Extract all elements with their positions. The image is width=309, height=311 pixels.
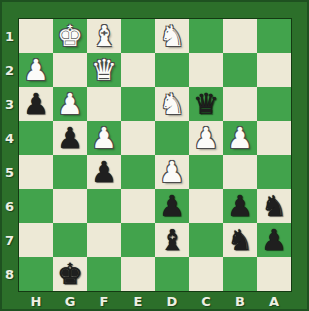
white-knight-d1[interactable]: ♞	[159, 19, 185, 53]
square-a2[interactable]	[257, 53, 291, 87]
square-e8[interactable]	[121, 257, 155, 291]
square-e3[interactable]	[121, 87, 155, 121]
square-g1[interactable]: ♚	[53, 19, 87, 53]
white-knight-d3[interactable]: ♞	[159, 87, 185, 121]
rank-label-1: 1	[0, 19, 19, 53]
square-b2[interactable]	[223, 53, 257, 87]
rank-label-7: 7	[0, 223, 19, 257]
square-h1[interactable]	[19, 19, 53, 53]
square-d3[interactable]: ♞	[155, 87, 189, 121]
black-pawn-d6[interactable]: ♟	[159, 189, 185, 223]
white-pawn-f4[interactable]: ♟	[91, 121, 117, 155]
black-pawn-a7[interactable]: ♟	[261, 223, 287, 257]
black-knight-a6[interactable]: ♞	[261, 189, 287, 223]
file-labels: HGFEDCBA	[19, 291, 291, 311]
file-label-f: F	[87, 291, 121, 311]
black-knight-b7[interactable]: ♞	[227, 223, 253, 257]
rank-label-3: 3	[0, 87, 19, 121]
square-g3[interactable]: ♟	[53, 87, 87, 121]
square-f5[interactable]: ♟	[87, 155, 121, 189]
square-h6[interactable]	[19, 189, 53, 223]
square-e4[interactable]	[121, 121, 155, 155]
black-pawn-h3[interactable]: ♟	[23, 87, 49, 121]
white-queen-f2[interactable]: ♛	[91, 53, 117, 87]
square-c3[interactable]: ♛	[189, 87, 223, 121]
square-c5[interactable]	[189, 155, 223, 189]
square-f1[interactable]: ♝	[87, 19, 121, 53]
square-b4[interactable]: ♟	[223, 121, 257, 155]
square-d5[interactable]: ♟	[155, 155, 189, 189]
file-label-e: E	[121, 291, 155, 311]
square-e1[interactable]	[121, 19, 155, 53]
square-a3[interactable]	[257, 87, 291, 121]
square-d2[interactable]	[155, 53, 189, 87]
square-e6[interactable]	[121, 189, 155, 223]
rank-label-2: 2	[0, 53, 19, 87]
file-label-g: G	[53, 291, 87, 311]
square-d7[interactable]: ♝	[155, 223, 189, 257]
file-label-h: H	[19, 291, 53, 311]
square-c2[interactable]	[189, 53, 223, 87]
white-king-g1[interactable]: ♚	[57, 19, 83, 53]
black-pawn-f5[interactable]: ♟	[91, 155, 117, 189]
square-a8[interactable]	[257, 257, 291, 291]
square-g2[interactable]	[53, 53, 87, 87]
square-a7[interactable]: ♟	[257, 223, 291, 257]
file-label-b: B	[223, 291, 257, 311]
square-f4[interactable]: ♟	[87, 121, 121, 155]
white-pawn-d5[interactable]: ♟	[159, 155, 185, 189]
file-label-c: C	[189, 291, 223, 311]
square-f2[interactable]: ♛	[87, 53, 121, 87]
black-pawn-b6[interactable]: ♟	[227, 189, 253, 223]
square-b6[interactable]: ♟	[223, 189, 257, 223]
rank-label-6: 6	[0, 189, 19, 223]
square-d6[interactable]: ♟	[155, 189, 189, 223]
square-d1[interactable]: ♞	[155, 19, 189, 53]
square-f7[interactable]	[87, 223, 121, 257]
black-bishop-d7[interactable]: ♝	[159, 223, 185, 257]
white-pawn-b4[interactable]: ♟	[227, 121, 253, 155]
square-b8[interactable]	[223, 257, 257, 291]
square-c6[interactable]	[189, 189, 223, 223]
square-g8[interactable]: ♚	[53, 257, 87, 291]
square-f6[interactable]	[87, 189, 121, 223]
square-d4[interactable]	[155, 121, 189, 155]
square-h2[interactable]: ♟	[19, 53, 53, 87]
chessboard-frame: 12345678 ♚♝♞♟♛♟♟♞♛♟♟♟♟♟♟♟♟♞♝♞♟♚ HGFEDCBA	[0, 0, 309, 311]
square-c4[interactable]: ♟	[189, 121, 223, 155]
black-queen-c3[interactable]: ♛	[193, 87, 219, 121]
chess-board[interactable]: ♚♝♞♟♛♟♟♞♛♟♟♟♟♟♟♟♟♞♝♞♟♚	[19, 19, 291, 291]
white-pawn-g3[interactable]: ♟	[57, 87, 83, 121]
square-g4[interactable]: ♟	[53, 121, 87, 155]
white-pawn-h2[interactable]: ♟	[23, 53, 49, 87]
square-c7[interactable]	[189, 223, 223, 257]
rank-label-4: 4	[0, 121, 19, 155]
white-bishop-f1[interactable]: ♝	[91, 19, 117, 53]
square-f3[interactable]	[87, 87, 121, 121]
square-d8[interactable]	[155, 257, 189, 291]
square-g7[interactable]	[53, 223, 87, 257]
square-b7[interactable]: ♞	[223, 223, 257, 257]
square-e5[interactable]	[121, 155, 155, 189]
square-e7[interactable]	[121, 223, 155, 257]
square-f8[interactable]	[87, 257, 121, 291]
rank-labels: 12345678	[0, 19, 19, 291]
square-h7[interactable]	[19, 223, 53, 257]
square-h3[interactable]: ♟	[19, 87, 53, 121]
square-h4[interactable]	[19, 121, 53, 155]
square-b1[interactable]	[223, 19, 257, 53]
square-a1[interactable]	[257, 19, 291, 53]
square-h8[interactable]	[19, 257, 53, 291]
file-label-a: A	[257, 291, 291, 311]
square-a5[interactable]	[257, 155, 291, 189]
square-c8[interactable]	[189, 257, 223, 291]
black-pawn-g4[interactable]: ♟	[57, 121, 83, 155]
file-label-d: D	[155, 291, 189, 311]
square-e2[interactable]	[121, 53, 155, 87]
square-h5[interactable]	[19, 155, 53, 189]
square-g6[interactable]	[53, 189, 87, 223]
black-king-g8[interactable]: ♚	[57, 257, 83, 291]
rank-label-8: 8	[0, 257, 19, 291]
square-b3[interactable]	[223, 87, 257, 121]
square-a4[interactable]	[257, 121, 291, 155]
square-g5[interactable]	[53, 155, 87, 189]
square-b5[interactable]	[223, 155, 257, 189]
square-a6[interactable]: ♞	[257, 189, 291, 223]
white-pawn-c4[interactable]: ♟	[193, 121, 219, 155]
rank-label-5: 5	[0, 155, 19, 189]
square-c1[interactable]	[189, 19, 223, 53]
